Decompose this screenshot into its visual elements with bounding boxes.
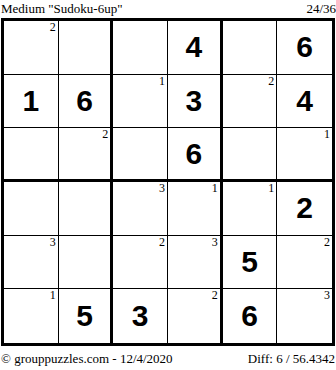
cell-r5c5[interactable]: 5: [223, 236, 278, 290]
page-header: Medium "Sudoku-6up" 24/36: [1, 1, 336, 16]
cell-r5c1[interactable]: 3: [4, 236, 59, 290]
cell-r4c2[interactable]: [59, 182, 114, 236]
corner-mark: 3: [324, 289, 330, 302]
cell-value: 3: [132, 301, 149, 331]
cell-r3c3[interactable]: [113, 128, 168, 182]
corner-mark: 2: [268, 75, 274, 88]
cell-value: 6: [296, 32, 313, 62]
cell-r1c5[interactable]: [223, 21, 278, 75]
corner-mark: 2: [324, 236, 330, 249]
cell-r3c5[interactable]: [223, 128, 278, 182]
cell-value: 6: [76, 86, 93, 116]
corner-mark: 1: [268, 182, 274, 195]
cell-r2c4[interactable]: 3: [168, 75, 223, 129]
corner-mark: 1: [50, 289, 56, 302]
cell-r5c4[interactable]: 3: [168, 236, 223, 290]
corner-mark: 1: [212, 182, 218, 195]
cell-r2c1[interactable]: 1: [4, 75, 59, 129]
cell-r6c2[interactable]: 5: [59, 289, 114, 343]
cell-r4c3[interactable]: 3: [113, 182, 168, 236]
cell-r3c6[interactable]: 1: [277, 128, 332, 182]
cell-value: 1: [22, 86, 39, 116]
cell-r2c5[interactable]: 2: [223, 75, 278, 129]
cell-r6c3[interactable]: 3: [113, 289, 168, 343]
corner-mark: 3: [159, 182, 165, 195]
cell-value: 3: [185, 86, 202, 116]
cell-value: 4: [185, 32, 202, 62]
cell-r1c4[interactable]: 4: [168, 21, 223, 75]
cell-r1c3[interactable]: [113, 21, 168, 75]
corner-mark: 1: [159, 75, 165, 88]
cell-r6c5[interactable]: 6: [223, 289, 278, 343]
cell-r1c1[interactable]: 2: [4, 21, 59, 75]
sudoku-board: 246161324261311232352153263: [1, 18, 335, 346]
corner-mark: 2: [159, 236, 165, 249]
cell-value: 6: [185, 139, 202, 169]
cell-r6c1[interactable]: 1: [4, 289, 59, 343]
cell-r2c6[interactable]: 4: [277, 75, 332, 129]
corner-mark: 1: [324, 128, 330, 141]
cell-value: 2: [296, 193, 313, 223]
cell-value: 6: [241, 301, 258, 331]
cell-r4c5[interactable]: 1: [223, 182, 278, 236]
cell-r6c4[interactable]: 2: [168, 289, 223, 343]
cell-r5c6[interactable]: 2: [277, 236, 332, 290]
page-footer: © grouppuzzles.com - 12/4/2020 Diff: 6 /…: [1, 351, 335, 366]
cell-r2c2[interactable]: 6: [59, 75, 114, 129]
corner-mark: 3: [50, 236, 56, 249]
cell-r3c2[interactable]: 2: [59, 128, 114, 182]
corner-mark: 3: [212, 236, 218, 249]
cell-r6c6[interactable]: 3: [277, 289, 332, 343]
cell-value: 5: [76, 301, 93, 331]
difficulty-text: Diff: 6 / 56.4342: [248, 351, 335, 366]
cell-r4c1[interactable]: [4, 182, 59, 236]
puzzle-title: Medium "Sudoku-6up": [1, 1, 122, 16]
corner-mark: 2: [102, 128, 108, 141]
cell-r3c4[interactable]: 6: [168, 128, 223, 182]
cell-r3c1[interactable]: [4, 128, 59, 182]
corner-mark: 2: [50, 21, 56, 34]
cell-value: 4: [296, 86, 313, 116]
copyright-text: © grouppuzzles.com - 12/4/2020: [1, 351, 173, 366]
cell-r4c6[interactable]: 2: [277, 182, 332, 236]
progress-counter: 24/36: [306, 1, 336, 16]
cell-r1c6[interactable]: 6: [277, 21, 332, 75]
cell-r4c4[interactable]: 1: [168, 182, 223, 236]
cell-r5c2[interactable]: [59, 236, 114, 290]
cell-r2c3[interactable]: 1: [113, 75, 168, 129]
corner-mark: 2: [212, 289, 218, 302]
cell-r1c2[interactable]: [59, 21, 114, 75]
cell-r5c3[interactable]: 2: [113, 236, 168, 290]
cell-value: 5: [241, 247, 258, 277]
